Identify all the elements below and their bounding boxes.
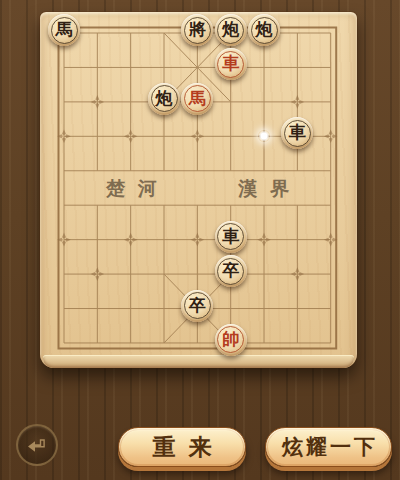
piece-red-馬[interactable]: 馬 xyxy=(181,83,213,115)
piece-glyph: 車 xyxy=(215,48,247,80)
piece-black-車[interactable]: 車 xyxy=(215,221,247,253)
undo-icon xyxy=(25,433,49,457)
piece-black-炮[interactable]: 炮 xyxy=(248,14,280,46)
piece-black-炮[interactable]: 炮 xyxy=(215,14,247,46)
piece-glyph: 車 xyxy=(215,221,247,253)
piece-black-將[interactable]: 將 xyxy=(181,14,213,46)
piece-glyph: 炮 xyxy=(148,83,180,115)
piece-black-卒[interactable]: 卒 xyxy=(181,290,213,322)
undo-button[interactable] xyxy=(16,424,58,466)
move-indicator xyxy=(258,130,270,142)
piece-glyph: 卒 xyxy=(215,255,247,287)
showoff-button[interactable]: 炫耀一下 xyxy=(265,427,392,467)
piece-glyph: 炮 xyxy=(215,14,247,46)
piece-glyph: 將 xyxy=(181,14,213,46)
restart-button[interactable]: 重来 xyxy=(118,427,246,467)
piece-black-馬[interactable]: 馬 xyxy=(48,14,80,46)
piece-glyph: 卒 xyxy=(181,290,213,322)
piece-glyph: 炮 xyxy=(248,14,280,46)
piece-red-車[interactable]: 車 xyxy=(215,48,247,80)
pieces-layer: 馬將炮炮車炮馬車車卒卒帥 xyxy=(0,0,400,480)
piece-glyph: 車 xyxy=(281,117,313,149)
game-screen: 楚河 漢界 馬將炮炮車炮馬車車卒卒帥 重来 炫耀一下 xyxy=(0,0,400,480)
piece-black-卒[interactable]: 卒 xyxy=(215,255,247,287)
piece-red-帥[interactable]: 帥 xyxy=(215,324,247,356)
piece-glyph: 帥 xyxy=(215,324,247,356)
piece-glyph: 馬 xyxy=(181,83,213,115)
piece-black-炮[interactable]: 炮 xyxy=(148,83,180,115)
piece-glyph: 馬 xyxy=(48,14,80,46)
piece-black-車[interactable]: 車 xyxy=(281,117,313,149)
